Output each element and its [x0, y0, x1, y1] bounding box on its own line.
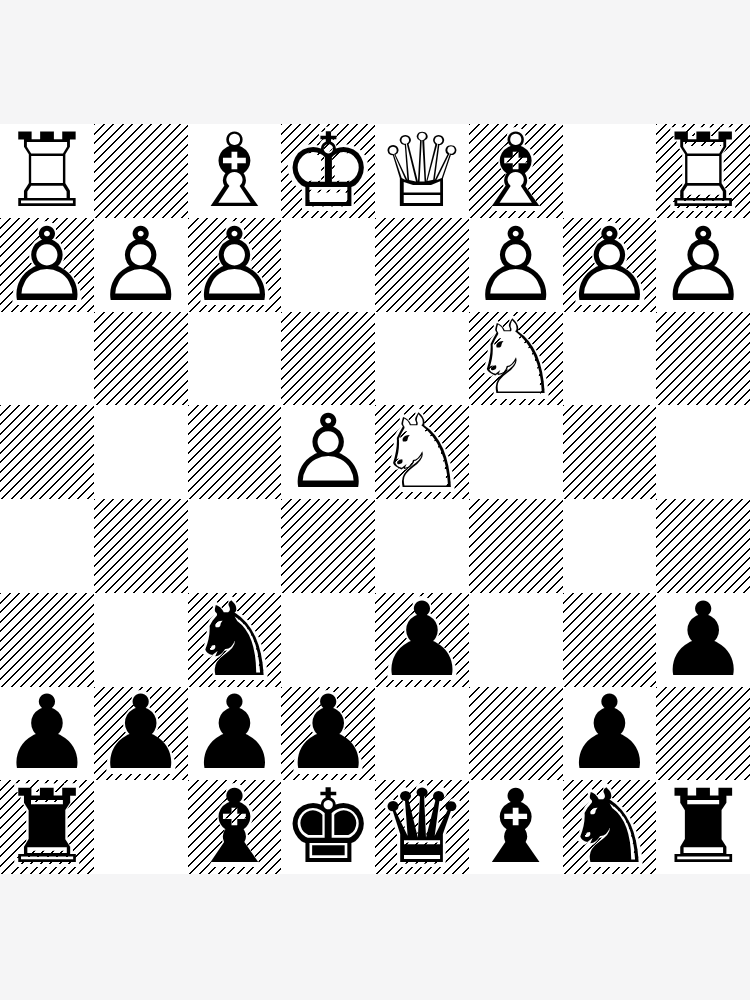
- square-f3[interactable]: [188, 312, 282, 406]
- square-c8[interactable]: ♝♝: [469, 780, 563, 874]
- black-knight-glyph: ♞: [563, 780, 657, 874]
- black-pawn[interactable]: ♟♟: [188, 687, 282, 781]
- square-d7[interactable]: [375, 687, 469, 781]
- square-d1[interactable]: ♛♕: [375, 124, 469, 218]
- white-knight-glyph: ♘: [375, 405, 469, 499]
- white-pawn-glyph: ♙: [188, 218, 282, 312]
- black-pawn-glyph: ♟: [563, 687, 657, 781]
- square-a8[interactable]: ♜♜: [656, 780, 750, 874]
- square-b7[interactable]: ♟♟: [563, 687, 657, 781]
- white-pawn-glyph: ♙: [469, 218, 563, 312]
- square-c2[interactable]: ♟♙: [469, 218, 563, 312]
- white-king[interactable]: ♚♔: [281, 124, 375, 218]
- black-pawn-glyph: ♟: [375, 593, 469, 687]
- white-bishop[interactable]: ♝♗: [469, 124, 563, 218]
- black-pawn[interactable]: ♟♟: [281, 687, 375, 781]
- chess-board: ♜♖♝♗♚♔♛♕♝♗♜♖♟♙♟♙♟♙♟♙♟♙♟♙♞♘♟♙♞♘♞♞♟♟♟♟♟♟♟♟…: [0, 124, 750, 874]
- white-knight-glyph: ♘: [469, 312, 563, 406]
- square-d2[interactable]: [375, 218, 469, 312]
- white-pawn[interactable]: ♟♙: [656, 218, 750, 312]
- square-a5[interactable]: [656, 499, 750, 593]
- square-a6[interactable]: ♟♟: [656, 593, 750, 687]
- square-f2[interactable]: ♟♙: [188, 218, 282, 312]
- square-f4[interactable]: [188, 405, 282, 499]
- black-rook-glyph: ♜: [0, 780, 94, 874]
- white-bishop-glyph: ♗: [469, 124, 563, 218]
- white-pawn-glyph: ♙: [563, 218, 657, 312]
- square-b4[interactable]: [563, 405, 657, 499]
- square-c1[interactable]: ♝♗: [469, 124, 563, 218]
- white-pawn[interactable]: ♟♙: [469, 218, 563, 312]
- square-e6[interactable]: [281, 593, 375, 687]
- black-pawn[interactable]: ♟♟: [94, 687, 188, 781]
- black-queen[interactable]: ♛♛: [375, 780, 469, 874]
- square-g3[interactable]: [94, 312, 188, 406]
- square-c5[interactable]: [469, 499, 563, 593]
- black-pawn-glyph: ♟: [656, 593, 750, 687]
- square-e4[interactable]: ♟♙: [281, 405, 375, 499]
- white-pawn-glyph: ♙: [94, 218, 188, 312]
- black-rook[interactable]: ♜♜: [0, 780, 94, 874]
- black-bishop-glyph: ♝: [188, 780, 282, 874]
- square-f6[interactable]: ♞♞: [188, 593, 282, 687]
- white-rook-glyph: ♖: [656, 124, 750, 218]
- square-h8[interactable]: ♜♜: [0, 780, 94, 874]
- square-d5[interactable]: [375, 499, 469, 593]
- white-pawn[interactable]: ♟♙: [563, 218, 657, 312]
- black-king[interactable]: ♚♚: [281, 780, 375, 874]
- square-b1[interactable]: [563, 124, 657, 218]
- black-pawn-glyph: ♟: [94, 687, 188, 781]
- white-bishop[interactable]: ♝♗: [188, 124, 282, 218]
- square-c6[interactable]: [469, 593, 563, 687]
- white-bishop-glyph: ♗: [188, 124, 282, 218]
- square-h5[interactable]: [0, 499, 94, 593]
- white-rook[interactable]: ♜♖: [0, 124, 94, 218]
- square-h3[interactable]: [0, 312, 94, 406]
- square-a7[interactable]: [656, 687, 750, 781]
- white-rook-glyph: ♖: [0, 124, 94, 218]
- square-e2[interactable]: [281, 218, 375, 312]
- white-rook[interactable]: ♜♖: [656, 124, 750, 218]
- square-d4[interactable]: ♞♘: [375, 405, 469, 499]
- square-f5[interactable]: [188, 499, 282, 593]
- black-pawn-glyph: ♟: [281, 687, 375, 781]
- square-d8[interactable]: ♛♛: [375, 780, 469, 874]
- square-e1[interactable]: ♚♔: [281, 124, 375, 218]
- square-f8[interactable]: ♝♝: [188, 780, 282, 874]
- square-a4[interactable]: [656, 405, 750, 499]
- square-h1[interactable]: ♜♖: [0, 124, 94, 218]
- square-b3[interactable]: [563, 312, 657, 406]
- white-knight[interactable]: ♞♘: [469, 312, 563, 406]
- black-knight[interactable]: ♞♞: [563, 780, 657, 874]
- black-knight[interactable]: ♞♞: [188, 593, 282, 687]
- square-b2[interactable]: ♟♙: [563, 218, 657, 312]
- square-b6[interactable]: [563, 593, 657, 687]
- white-pawn[interactable]: ♟♙: [281, 405, 375, 499]
- white-pawn[interactable]: ♟♙: [94, 218, 188, 312]
- white-knight[interactable]: ♞♘: [375, 405, 469, 499]
- square-g7[interactable]: ♟♟: [94, 687, 188, 781]
- square-a3[interactable]: [656, 312, 750, 406]
- square-h7[interactable]: ♟♟: [0, 687, 94, 781]
- black-bishop[interactable]: ♝♝: [188, 780, 282, 874]
- square-d6[interactable]: ♟♟: [375, 593, 469, 687]
- black-pawn-glyph: ♟: [0, 687, 94, 781]
- black-knight-glyph: ♞: [188, 593, 282, 687]
- square-g8[interactable]: [94, 780, 188, 874]
- square-d3[interactable]: [375, 312, 469, 406]
- square-g6[interactable]: [94, 593, 188, 687]
- square-c3[interactable]: ♞♘: [469, 312, 563, 406]
- square-c4[interactable]: [469, 405, 563, 499]
- black-king-glyph: ♚: [281, 780, 375, 874]
- black-rook-glyph: ♜: [656, 780, 750, 874]
- white-king-glyph: ♔: [281, 124, 375, 218]
- square-f1[interactable]: ♝♗: [188, 124, 282, 218]
- black-bishop-glyph: ♝: [469, 780, 563, 874]
- white-pawn[interactable]: ♟♙: [0, 218, 94, 312]
- white-queen-glyph: ♕: [375, 124, 469, 218]
- black-pawn[interactable]: ♟♟: [563, 687, 657, 781]
- square-c7[interactable]: [469, 687, 563, 781]
- square-b5[interactable]: [563, 499, 657, 593]
- white-pawn-glyph: ♙: [281, 405, 375, 499]
- white-pawn-glyph: ♙: [656, 218, 750, 312]
- black-pawn[interactable]: ♟♟: [375, 593, 469, 687]
- square-e8[interactable]: ♚♚: [281, 780, 375, 874]
- square-g2[interactable]: ♟♙: [94, 218, 188, 312]
- square-g5[interactable]: [94, 499, 188, 593]
- white-pawn-glyph: ♙: [0, 218, 94, 312]
- black-bishop[interactable]: ♝♝: [469, 780, 563, 874]
- black-queen-glyph: ♛: [375, 780, 469, 874]
- square-e3[interactable]: [281, 312, 375, 406]
- black-rook[interactable]: ♜♜: [656, 780, 750, 874]
- page-background: ♜♖♝♗♚♔♛♕♝♗♜♖♟♙♟♙♟♙♟♙♟♙♟♙♞♘♟♙♞♘♞♞♟♟♟♟♟♟♟♟…: [0, 0, 750, 1000]
- square-b8[interactable]: ♞♞: [563, 780, 657, 874]
- white-pawn[interactable]: ♟♙: [188, 218, 282, 312]
- black-pawn[interactable]: ♟♟: [656, 593, 750, 687]
- square-h4[interactable]: [0, 405, 94, 499]
- square-e7[interactable]: ♟♟: [281, 687, 375, 781]
- black-pawn[interactable]: ♟♟: [0, 687, 94, 781]
- square-a2[interactable]: ♟♙: [656, 218, 750, 312]
- square-e5[interactable]: [281, 499, 375, 593]
- square-g4[interactable]: [94, 405, 188, 499]
- black-pawn-glyph: ♟: [188, 687, 282, 781]
- square-h6[interactable]: [0, 593, 94, 687]
- square-f7[interactable]: ♟♟: [188, 687, 282, 781]
- square-g1[interactable]: [94, 124, 188, 218]
- white-queen[interactable]: ♛♕: [375, 124, 469, 218]
- square-h2[interactable]: ♟♙: [0, 218, 94, 312]
- square-a1[interactable]: ♜♖: [656, 124, 750, 218]
